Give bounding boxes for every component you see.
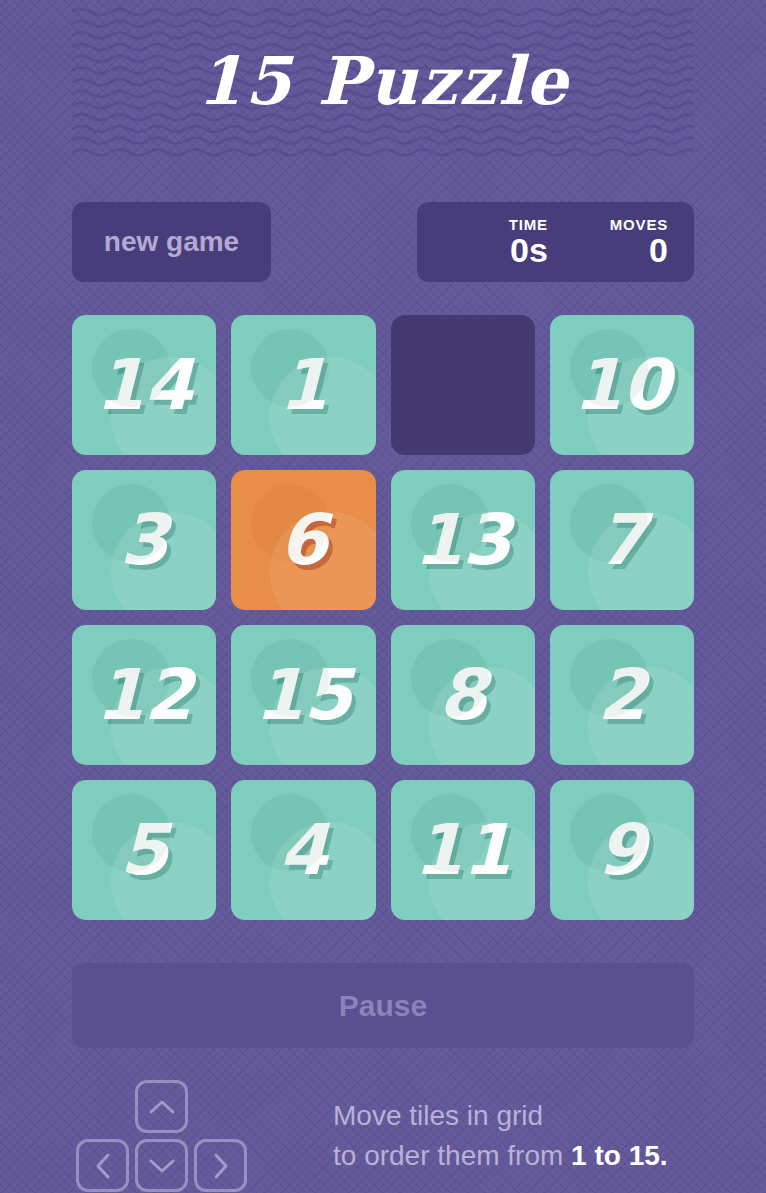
- tile-14[interactable]: 14: [72, 315, 216, 455]
- tile-5[interactable]: 5: [72, 780, 216, 920]
- page-title: 15 Puzzle: [72, 41, 694, 119]
- moves-value: 0: [610, 233, 668, 269]
- header: 15 Puzzle: [72, 5, 694, 162]
- tile-4[interactable]: 4: [231, 780, 375, 920]
- time-stat: TIME 0s: [509, 216, 548, 269]
- app: 15 Puzzle new game TIME 0s MOVES 0 14 1 …: [72, 5, 694, 1192]
- puzzle-board: 14 1 10 3 6 13 7 12 15 8 2 5 4 11 9: [72, 315, 694, 920]
- down-arrow-key[interactable]: [135, 1139, 188, 1192]
- chevron-left-icon: [95, 1151, 111, 1181]
- pause-button[interactable]: Pause: [72, 963, 694, 1048]
- tile-6[interactable]: 6: [231, 470, 375, 610]
- left-arrow-key[interactable]: [76, 1139, 129, 1192]
- tile-9[interactable]: 9: [550, 780, 694, 920]
- tile-7[interactable]: 7: [550, 470, 694, 610]
- tile-13[interactable]: 13: [391, 470, 535, 610]
- tile-3[interactable]: 3: [72, 470, 216, 610]
- chevron-right-icon: [213, 1151, 229, 1181]
- chevron-up-icon: [147, 1099, 177, 1115]
- time-value: 0s: [509, 233, 548, 269]
- chevron-down-icon: [147, 1158, 177, 1174]
- tile-1[interactable]: 1: [231, 315, 375, 455]
- moves-stat: MOVES 0: [610, 216, 668, 269]
- instructions-line2: to order them from 1 to 15.: [333, 1136, 668, 1176]
- toolbar: new game TIME 0s MOVES 0: [72, 202, 694, 282]
- footer: Move tiles in grid to order them from 1 …: [72, 1080, 694, 1192]
- empty-cell: [391, 315, 535, 455]
- tile-10[interactable]: 10: [550, 315, 694, 455]
- tile-8[interactable]: 8: [391, 625, 535, 765]
- tile-11[interactable]: 11: [391, 780, 535, 920]
- arrow-keys: [76, 1080, 247, 1192]
- stats-panel: TIME 0s MOVES 0: [417, 202, 694, 282]
- goal-range: 1 to 15.: [571, 1140, 667, 1171]
- up-arrow-key[interactable]: [135, 1080, 188, 1133]
- right-arrow-key[interactable]: [194, 1139, 247, 1192]
- tile-15[interactable]: 15: [231, 625, 375, 765]
- instructions-line1: Move tiles in grid: [333, 1096, 668, 1136]
- instructions: Move tiles in grid to order them from 1 …: [333, 1096, 668, 1176]
- tile-2[interactable]: 2: [550, 625, 694, 765]
- new-game-button[interactable]: new game: [72, 202, 271, 282]
- tile-12[interactable]: 12: [72, 625, 216, 765]
